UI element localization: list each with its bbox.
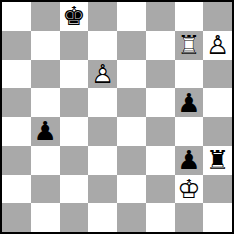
square-h5[interactable] [203,88,232,117]
square-h6[interactable] [203,60,232,89]
white-pawn-h7: ♟♙ [206,32,229,58]
square-g7[interactable]: ♜♖ [175,31,204,60]
square-a4[interactable] [2,117,31,146]
square-e4[interactable] [117,117,146,146]
black-pawn-g5: ♟ [177,90,200,116]
square-f2[interactable] [146,175,175,204]
square-g1[interactable] [175,203,204,232]
square-b8[interactable] [31,2,60,31]
square-d7[interactable] [88,31,117,60]
square-e8[interactable] [117,2,146,31]
square-d2[interactable] [88,175,117,204]
square-h2[interactable] [203,175,232,204]
square-f7[interactable] [146,31,175,60]
square-a2[interactable] [2,175,31,204]
square-b5[interactable] [31,88,60,117]
square-b1[interactable] [31,203,60,232]
square-f4[interactable] [146,117,175,146]
black-rook-h3: ♜ [206,147,229,173]
square-b4[interactable]: ♟ [31,117,60,146]
square-d8[interactable] [88,2,117,31]
square-e7[interactable] [117,31,146,60]
square-g2[interactable]: ♚♔ [175,175,204,204]
square-d4[interactable] [88,117,117,146]
square-h3[interactable]: ♜ [203,146,232,175]
square-d5[interactable] [88,88,117,117]
square-c7[interactable] [60,31,89,60]
square-c3[interactable] [60,146,89,175]
chess-board: ♚♜♖♟♙♟♙♟♟♟♜♚♔ [0,0,234,234]
chess-diagram: ♚♜♖♟♙♟♙♟♟♟♜♚♔ [0,0,234,234]
white-pawn-outline-glyph: ♙ [91,60,114,89]
square-e1[interactable] [117,203,146,232]
square-d1[interactable] [88,203,117,232]
square-f8[interactable] [146,2,175,31]
square-c1[interactable] [60,203,89,232]
square-a3[interactable] [2,146,31,175]
square-b6[interactable] [31,60,60,89]
square-e3[interactable] [117,146,146,175]
square-c2[interactable] [60,175,89,204]
square-h4[interactable] [203,117,232,146]
black-pawn-b4: ♟ [33,118,56,144]
square-d6[interactable]: ♟♙ [88,60,117,89]
square-f6[interactable] [146,60,175,89]
square-a7[interactable] [2,31,31,60]
white-rook-outline-glyph: ♖ [177,31,200,60]
square-c5[interactable] [60,88,89,117]
square-h7[interactable]: ♟♙ [203,31,232,60]
square-a8[interactable] [2,2,31,31]
square-b3[interactable] [31,146,60,175]
square-e5[interactable] [117,88,146,117]
square-h1[interactable] [203,203,232,232]
square-d3[interactable] [88,146,117,175]
square-a6[interactable] [2,60,31,89]
square-g6[interactable] [175,60,204,89]
square-g3[interactable]: ♟ [175,146,204,175]
square-a1[interactable] [2,203,31,232]
square-a5[interactable] [2,88,31,117]
square-c4[interactable] [60,117,89,146]
white-pawn-d6: ♟♙ [91,61,114,87]
square-b2[interactable] [31,175,60,204]
square-f5[interactable] [146,88,175,117]
square-f1[interactable] [146,203,175,232]
white-king-outline-glyph: ♔ [177,175,200,204]
square-g5[interactable]: ♟ [175,88,204,117]
white-rook-g7: ♜♖ [177,32,200,58]
white-king-g2: ♚♔ [177,176,200,202]
square-g4[interactable] [175,117,204,146]
square-c8[interactable]: ♚ [60,2,89,31]
white-pawn-outline-glyph: ♙ [206,31,229,60]
black-pawn-g3: ♟ [177,147,200,173]
black-king-c8: ♚ [62,3,85,29]
square-h8[interactable] [203,2,232,31]
square-e2[interactable] [117,175,146,204]
square-f3[interactable] [146,146,175,175]
square-c6[interactable] [60,60,89,89]
square-b7[interactable] [31,31,60,60]
square-e6[interactable] [117,60,146,89]
square-g8[interactable] [175,2,204,31]
